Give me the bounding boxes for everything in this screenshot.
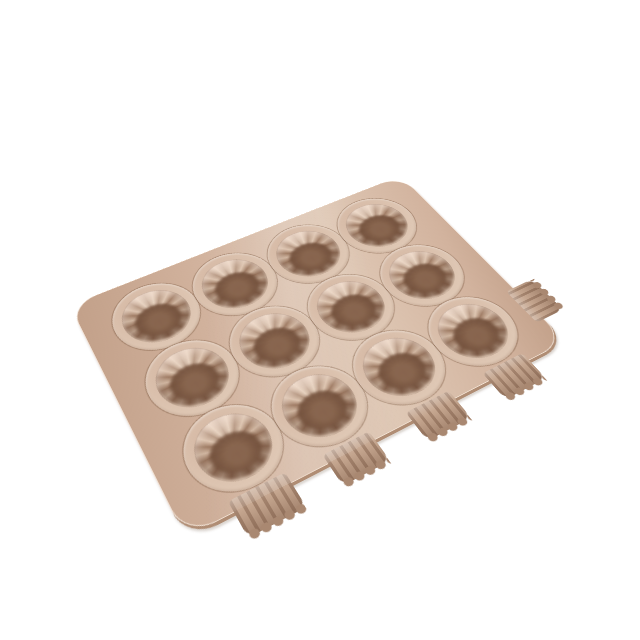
foot-scallops-icon [341,457,393,490]
foot-scallops-icon [246,503,308,542]
canele-pan [69,175,566,537]
foot-scallops-icon [503,375,549,403]
foot-scallops-icon [425,414,473,444]
product-photo: 12-Cup Canele Mold Baking Pan [0,0,640,640]
cavity-grid [70,176,565,537]
foot-scallops-icon [529,278,566,311]
